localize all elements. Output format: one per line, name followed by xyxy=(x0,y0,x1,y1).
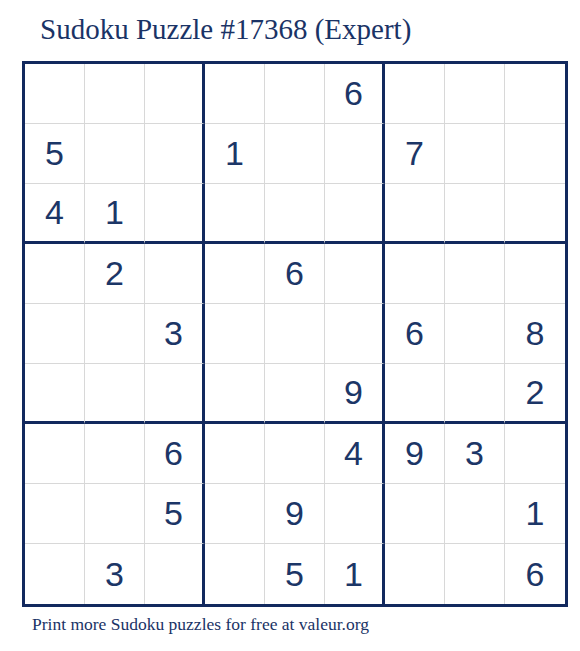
cell-r8c6[interactable] xyxy=(325,484,385,544)
cell-r2c6[interactable] xyxy=(325,124,385,184)
cell-r7c9[interactable] xyxy=(505,424,565,484)
cell-r8c7[interactable] xyxy=(385,484,445,544)
sudoku-board: 651741263689264935913516 xyxy=(22,61,568,607)
cell-r3c9[interactable] xyxy=(505,184,565,244)
cell-r6c7[interactable] xyxy=(385,364,445,424)
cell-r5c1[interactable] xyxy=(25,304,85,364)
cell-r3c1[interactable]: 4 xyxy=(25,184,85,244)
cell-r9c3[interactable] xyxy=(145,544,205,604)
cell-r7c7[interactable]: 9 xyxy=(385,424,445,484)
cell-r4c9[interactable] xyxy=(505,244,565,304)
cell-r1c6[interactable]: 6 xyxy=(325,64,385,124)
cell-r5c6[interactable] xyxy=(325,304,385,364)
cell-r4c2[interactable]: 2 xyxy=(85,244,145,304)
cell-r4c3[interactable] xyxy=(145,244,205,304)
page-title: Sudoku Puzzle #17368 (Expert) xyxy=(40,12,411,46)
cell-r1c3[interactable] xyxy=(145,64,205,124)
cell-r1c9[interactable] xyxy=(505,64,565,124)
cell-r5c3[interactable]: 3 xyxy=(145,304,205,364)
cell-r6c4[interactable] xyxy=(205,364,265,424)
cell-r3c5[interactable] xyxy=(265,184,325,244)
cell-r4c5[interactable]: 6 xyxy=(265,244,325,304)
cell-r4c7[interactable] xyxy=(385,244,445,304)
cell-r3c6[interactable] xyxy=(325,184,385,244)
cell-r7c4[interactable] xyxy=(205,424,265,484)
cell-r7c2[interactable] xyxy=(85,424,145,484)
cell-r5c9[interactable]: 8 xyxy=(505,304,565,364)
cell-r2c8[interactable] xyxy=(445,124,505,184)
cell-r7c8[interactable]: 3 xyxy=(445,424,505,484)
cell-r9c6[interactable]: 1 xyxy=(325,544,385,604)
cell-r1c1[interactable] xyxy=(25,64,85,124)
cell-r6c6[interactable]: 9 xyxy=(325,364,385,424)
cell-r1c7[interactable] xyxy=(385,64,445,124)
cell-r1c5[interactable] xyxy=(265,64,325,124)
cell-r5c4[interactable] xyxy=(205,304,265,364)
cell-r4c8[interactable] xyxy=(445,244,505,304)
cell-r6c8[interactable] xyxy=(445,364,505,424)
sudoku-grid: 651741263689264935913516 xyxy=(25,64,565,604)
cell-r1c2[interactable] xyxy=(85,64,145,124)
cell-r6c2[interactable] xyxy=(85,364,145,424)
sudoku-page: Sudoku Puzzle #17368 (Expert) 6517412636… xyxy=(0,0,580,651)
cell-r8c8[interactable] xyxy=(445,484,505,544)
cell-r9c8[interactable] xyxy=(445,544,505,604)
cell-r9c4[interactable] xyxy=(205,544,265,604)
cell-r4c1[interactable] xyxy=(25,244,85,304)
cell-r1c8[interactable] xyxy=(445,64,505,124)
cell-r3c4[interactable] xyxy=(205,184,265,244)
cell-r9c7[interactable] xyxy=(385,544,445,604)
cell-r6c3[interactable] xyxy=(145,364,205,424)
cell-r5c5[interactable] xyxy=(265,304,325,364)
cell-r1c4[interactable] xyxy=(205,64,265,124)
cell-r8c9[interactable]: 1 xyxy=(505,484,565,544)
cell-r8c1[interactable] xyxy=(25,484,85,544)
cell-r4c4[interactable] xyxy=(205,244,265,304)
cell-r9c2[interactable]: 3 xyxy=(85,544,145,604)
cell-r3c7[interactable] xyxy=(385,184,445,244)
cell-r2c4[interactable]: 1 xyxy=(205,124,265,184)
cell-r3c8[interactable] xyxy=(445,184,505,244)
cell-r2c9[interactable] xyxy=(505,124,565,184)
cell-r9c9[interactable]: 6 xyxy=(505,544,565,604)
cell-r7c3[interactable]: 6 xyxy=(145,424,205,484)
cell-r3c3[interactable] xyxy=(145,184,205,244)
cell-r2c7[interactable]: 7 xyxy=(385,124,445,184)
cell-r2c3[interactable] xyxy=(145,124,205,184)
cell-r8c2[interactable] xyxy=(85,484,145,544)
cell-r2c5[interactable] xyxy=(265,124,325,184)
cell-r4c6[interactable] xyxy=(325,244,385,304)
footer-text: Print more Sudoku puzzles for free at va… xyxy=(32,614,369,635)
cell-r5c2[interactable] xyxy=(85,304,145,364)
cell-r9c1[interactable] xyxy=(25,544,85,604)
cell-r6c1[interactable] xyxy=(25,364,85,424)
cell-r7c5[interactable] xyxy=(265,424,325,484)
cell-r7c6[interactable]: 4 xyxy=(325,424,385,484)
cell-r3c2[interactable]: 1 xyxy=(85,184,145,244)
cell-r8c4[interactable] xyxy=(205,484,265,544)
cell-r6c9[interactable]: 2 xyxy=(505,364,565,424)
cell-r9c5[interactable]: 5 xyxy=(265,544,325,604)
cell-r7c1[interactable] xyxy=(25,424,85,484)
cell-r8c5[interactable]: 9 xyxy=(265,484,325,544)
cell-r6c5[interactable] xyxy=(265,364,325,424)
cell-r5c8[interactable] xyxy=(445,304,505,364)
cell-r2c2[interactable] xyxy=(85,124,145,184)
cell-r5c7[interactable]: 6 xyxy=(385,304,445,364)
cell-r2c1[interactable]: 5 xyxy=(25,124,85,184)
cell-r8c3[interactable]: 5 xyxy=(145,484,205,544)
